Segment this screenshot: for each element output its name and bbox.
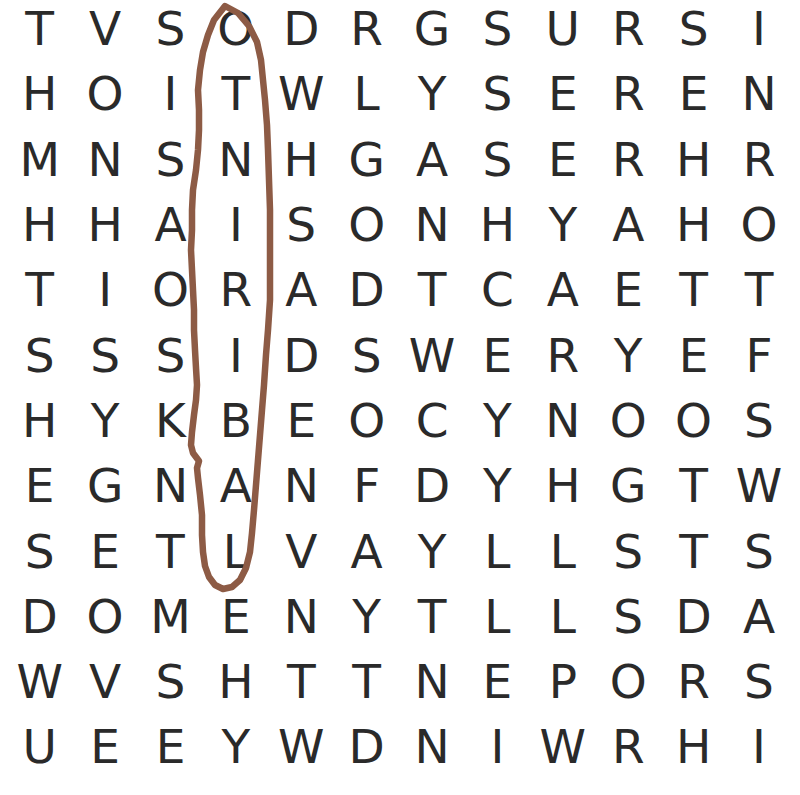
- grid-cell-r8c4[interactable]: A: [203, 453, 268, 518]
- grid-cell-r5c5[interactable]: A: [269, 257, 334, 322]
- grid-cell-r4c8[interactable]: H: [465, 192, 530, 257]
- grid-cell-r2c11[interactable]: E: [661, 61, 726, 126]
- grid-cell-r4c9[interactable]: Y: [530, 192, 595, 257]
- grid-cell-r9c11[interactable]: T: [661, 518, 726, 583]
- grid-cell-r12c5[interactable]: W: [269, 714, 334, 779]
- grid-cell-r4c7[interactable]: N: [399, 192, 464, 257]
- grid-cell-r1c6[interactable]: R: [334, 0, 399, 61]
- grid-cell-r10c9[interactable]: L: [530, 584, 595, 649]
- grid-cell-r8c2[interactable]: G: [72, 453, 137, 518]
- grid-cell-r11c9[interactable]: P: [530, 649, 595, 714]
- grid-cell-r2c10[interactable]: R: [596, 61, 661, 126]
- grid-cell-r7c6[interactable]: O: [334, 388, 399, 453]
- grid-cell-r6c6[interactable]: S: [334, 322, 399, 387]
- grid-cell-r7c8[interactable]: Y: [465, 388, 530, 453]
- grid-cell-r10c5[interactable]: N: [269, 584, 334, 649]
- grid-cell-r10c3[interactable]: M: [138, 584, 203, 649]
- grid-cell-r4c5[interactable]: S: [269, 192, 334, 257]
- grid-cell-r5c3[interactable]: O: [138, 257, 203, 322]
- grid-cell-r5c4[interactable]: R: [203, 257, 268, 322]
- grid-cell-r6c4[interactable]: I: [203, 322, 268, 387]
- grid-cell-r6c3[interactable]: S: [138, 322, 203, 387]
- grid-cell-r1c9[interactable]: U: [530, 0, 595, 61]
- grid-cell-r10c12[interactable]: A: [726, 584, 791, 649]
- grid-cell-r11c4[interactable]: H: [203, 649, 268, 714]
- grid-cell-r7c1[interactable]: H: [7, 388, 72, 453]
- grid-cell-r9c9[interactable]: L: [530, 518, 595, 583]
- grid-cell-r2c12[interactable]: N: [726, 61, 791, 126]
- grid-cell-r1c12[interactable]: I: [726, 0, 791, 61]
- grid-cell-r3c3[interactable]: S: [138, 127, 203, 192]
- grid-cell-r4c10[interactable]: A: [596, 192, 661, 257]
- grid-cell-r1c7[interactable]: G: [399, 0, 464, 61]
- grid-cell-r12c8[interactable]: I: [465, 714, 530, 779]
- grid-cell-r11c3[interactable]: S: [138, 649, 203, 714]
- grid-cell-r4c6[interactable]: O: [334, 192, 399, 257]
- grid-cell-r3c7[interactable]: A: [399, 127, 464, 192]
- grid-cell-r3c2[interactable]: N: [72, 127, 137, 192]
- grid-cell-r3c12[interactable]: R: [726, 127, 791, 192]
- grid-cell-r11c5[interactable]: T: [269, 649, 334, 714]
- grid-cell-r10c8[interactable]: L: [465, 584, 530, 649]
- grid-cell-r9c10[interactable]: S: [596, 518, 661, 583]
- grid-cell-r4c12[interactable]: O: [726, 192, 791, 257]
- grid-cell-r6c9[interactable]: R: [530, 322, 595, 387]
- grid-cell-r9c8[interactable]: L: [465, 518, 530, 583]
- grid-cell-r1c11[interactable]: S: [661, 0, 726, 61]
- grid-cell-r7c7[interactable]: C: [399, 388, 464, 453]
- grid-cell-r7c9[interactable]: N: [530, 388, 595, 453]
- grid-cell-r12c6[interactable]: D: [334, 714, 399, 779]
- grid-cell-r8c7[interactable]: D: [399, 453, 464, 518]
- grid-cell-r6c10[interactable]: Y: [596, 322, 661, 387]
- grid-cell-r1c5[interactable]: D: [269, 0, 334, 61]
- grid-cell-r10c2[interactable]: O: [72, 584, 137, 649]
- grid-cell-r11c7[interactable]: N: [399, 649, 464, 714]
- grid-cell-r10c11[interactable]: D: [661, 584, 726, 649]
- grid-cell-r3c9[interactable]: E: [530, 127, 595, 192]
- grid-cell-r9c4[interactable]: L: [203, 518, 268, 583]
- grid-cell-r6c8[interactable]: E: [465, 322, 530, 387]
- grid-cell-r7c10[interactable]: O: [596, 388, 661, 453]
- grid-cell-r8c5[interactable]: N: [269, 453, 334, 518]
- grid-cell-r6c11[interactable]: E: [661, 322, 726, 387]
- grid-cell-r8c1[interactable]: E: [7, 453, 72, 518]
- grid-cell-r8c9[interactable]: H: [530, 453, 595, 518]
- grid-cell-r12c3[interactable]: E: [138, 714, 203, 779]
- grid-cell-r7c2[interactable]: Y: [72, 388, 137, 453]
- word-search-board: TVSODRGSURSIHOITWLYSERENMNSNHGASERHRHHAI…: [0, 0, 800, 795]
- grid-cell-r9c7[interactable]: Y: [399, 518, 464, 583]
- grid-cell-r9c12[interactable]: S: [726, 518, 791, 583]
- grid-cell-r12c1[interactable]: U: [7, 714, 72, 779]
- grid-cell-r9c2[interactable]: E: [72, 518, 137, 583]
- grid-cell-r11c8[interactable]: E: [465, 649, 530, 714]
- grid-cell-r7c5[interactable]: E: [269, 388, 334, 453]
- grid-cell-r10c10[interactable]: S: [596, 584, 661, 649]
- grid-cell-r7c4[interactable]: B: [203, 388, 268, 453]
- grid-cell-r5c6[interactable]: D: [334, 257, 399, 322]
- grid-cell-r6c7[interactable]: W: [399, 322, 464, 387]
- grid-cell-r2c4[interactable]: T: [203, 61, 268, 126]
- grid-cell-r8c6[interactable]: F: [334, 453, 399, 518]
- grid-cell-r2c7[interactable]: Y: [399, 61, 464, 126]
- grid-cell-r7c12[interactable]: S: [726, 388, 791, 453]
- grid-cell-r3c11[interactable]: H: [661, 127, 726, 192]
- grid-cell-r5c10[interactable]: E: [596, 257, 661, 322]
- grid-cell-r5c11[interactable]: T: [661, 257, 726, 322]
- grid-cell-r5c9[interactable]: A: [530, 257, 595, 322]
- grid-cell-r8c3[interactable]: N: [138, 453, 203, 518]
- grid-cell-r9c5[interactable]: V: [269, 518, 334, 583]
- grid-cell-r3c5[interactable]: H: [269, 127, 334, 192]
- grid-cell-r1c4[interactable]: O: [203, 0, 268, 61]
- grid-cell-r11c2[interactable]: V: [72, 649, 137, 714]
- grid-cell-r7c11[interactable]: O: [661, 388, 726, 453]
- grid-cell-r3c10[interactable]: R: [596, 127, 661, 192]
- grid-cell-r9c6[interactable]: A: [334, 518, 399, 583]
- grid-cell-r7c3[interactable]: K: [138, 388, 203, 453]
- grid-cell-r1c1[interactable]: T: [7, 0, 72, 61]
- grid-cell-r3c1[interactable]: M: [7, 127, 72, 192]
- grid-cell-r11c12[interactable]: S: [726, 649, 791, 714]
- grid-cell-r11c6[interactable]: T: [334, 649, 399, 714]
- grid-cell-r8c8[interactable]: Y: [465, 453, 530, 518]
- grid-cell-r2c2[interactable]: O: [72, 61, 137, 126]
- grid-cell-r5c12[interactable]: T: [726, 257, 791, 322]
- letter-grid: TVSODRGSURSIHOITWLYSERENMNSNHGASERHRHHAI…: [7, 0, 792, 780]
- grid-cell-r12c4[interactable]: Y: [203, 714, 268, 779]
- grid-cell-r2c8[interactable]: S: [465, 61, 530, 126]
- grid-cell-r9c3[interactable]: T: [138, 518, 203, 583]
- grid-cell-r4c11[interactable]: H: [661, 192, 726, 257]
- grid-cell-r8c12[interactable]: W: [726, 453, 791, 518]
- grid-cell-r3c8[interactable]: S: [465, 127, 530, 192]
- grid-cell-r6c2[interactable]: S: [72, 322, 137, 387]
- grid-cell-r8c10[interactable]: G: [596, 453, 661, 518]
- grid-cell-r1c3[interactable]: S: [138, 0, 203, 61]
- grid-cell-r10c7[interactable]: T: [399, 584, 464, 649]
- grid-cell-r2c9[interactable]: E: [530, 61, 595, 126]
- grid-cell-r6c1[interactable]: S: [7, 322, 72, 387]
- grid-cell-r4c4[interactable]: I: [203, 192, 268, 257]
- grid-cell-r6c5[interactable]: D: [269, 322, 334, 387]
- grid-cell-r4c3[interactable]: A: [138, 192, 203, 257]
- grid-cell-r12c7[interactable]: N: [399, 714, 464, 779]
- grid-cell-r2c6[interactable]: L: [334, 61, 399, 126]
- grid-cell-r10c4[interactable]: E: [203, 584, 268, 649]
- grid-cell-r12c11[interactable]: H: [661, 714, 726, 779]
- grid-cell-r1c8[interactable]: S: [465, 0, 530, 61]
- grid-cell-r8c11[interactable]: T: [661, 453, 726, 518]
- grid-cell-r12c10[interactable]: R: [596, 714, 661, 779]
- grid-cell-r5c1[interactable]: T: [7, 257, 72, 322]
- grid-cell-r3c4[interactable]: N: [203, 127, 268, 192]
- grid-cell-r5c7[interactable]: T: [399, 257, 464, 322]
- grid-cell-r4c2[interactable]: H: [72, 192, 137, 257]
- grid-cell-r10c6[interactable]: Y: [334, 584, 399, 649]
- grid-cell-r10c1[interactable]: D: [7, 584, 72, 649]
- grid-cell-r12c12[interactable]: I: [726, 714, 791, 779]
- grid-cell-r11c11[interactable]: R: [661, 649, 726, 714]
- grid-cell-r4c1[interactable]: H: [7, 192, 72, 257]
- grid-cell-r5c2[interactable]: I: [72, 257, 137, 322]
- grid-cell-r11c1[interactable]: W: [7, 649, 72, 714]
- grid-cell-r9c1[interactable]: S: [7, 518, 72, 583]
- grid-cell-r6c12[interactable]: F: [726, 322, 791, 387]
- grid-cell-r12c9[interactable]: W: [530, 714, 595, 779]
- grid-cell-r2c5[interactable]: W: [269, 61, 334, 126]
- grid-cell-r2c1[interactable]: H: [7, 61, 72, 126]
- grid-cell-r1c2[interactable]: V: [72, 0, 137, 61]
- grid-cell-r12c2[interactable]: E: [72, 714, 137, 779]
- grid-cell-r2c3[interactable]: I: [138, 61, 203, 126]
- grid-cell-r5c8[interactable]: C: [465, 257, 530, 322]
- grid-cell-r11c10[interactable]: O: [596, 649, 661, 714]
- grid-cell-r1c10[interactable]: R: [596, 0, 661, 61]
- grid-cell-r3c6[interactable]: G: [334, 127, 399, 192]
